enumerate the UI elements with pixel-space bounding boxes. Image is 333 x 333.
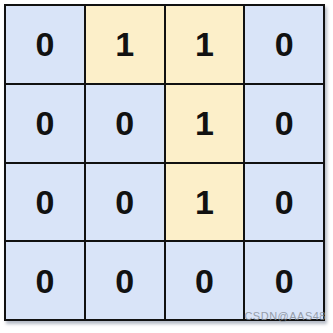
- grid-cell: 0: [245, 6, 323, 83]
- grid-cell: 1: [166, 6, 244, 83]
- grid-cell: 0: [86, 242, 164, 319]
- grid-cell: 0: [6, 6, 84, 83]
- grid-cell: 0: [86, 164, 164, 241]
- grid-cell: 1: [166, 85, 244, 162]
- grid-cell: 1: [166, 164, 244, 241]
- page: 0 1 1 0 0 0 1 0 0 0 1 0 0 0 0 0 CSDN@AAS…: [0, 0, 333, 333]
- grid-cell: 0: [245, 242, 323, 319]
- grid-cell: 0: [245, 164, 323, 241]
- binary-grid-board: 0 1 1 0 0 0 1 0 0 0 1 0 0 0 0 0: [4, 4, 325, 321]
- grid-cell: 0: [166, 242, 244, 319]
- grid-cell: 0: [6, 164, 84, 241]
- grid-cell: 1: [86, 6, 164, 83]
- grid-cell: 0: [6, 85, 84, 162]
- grid-cell: 0: [6, 242, 84, 319]
- grid-cell: 0: [245, 85, 323, 162]
- grid-cell: 0: [86, 85, 164, 162]
